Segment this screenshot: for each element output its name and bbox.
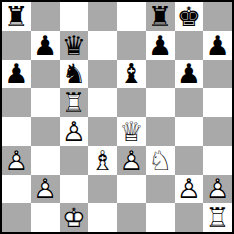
square-f8[interactable]: ♜ [146, 2, 175, 31]
square-e1[interactable] [117, 203, 146, 232]
piece-body-glyph: ♜ [2, 2, 31, 31]
square-f4[interactable] [146, 117, 175, 146]
square-a1[interactable] [2, 203, 31, 232]
black-pawn-piece: ♟ [2, 60, 31, 89]
piece-body-glyph: ♜ [146, 2, 175, 31]
square-c2[interactable] [60, 175, 89, 204]
white-pawn-piece: ♟♙ [117, 146, 146, 175]
square-e5[interactable] [117, 88, 146, 117]
chess-board: ♜♜♚♟♛♟♟♟♞♝♟♜♖♟♙♛♕♟♙♝♗♟♙♞♘♟♙♟♙♟♙♚♔♜♖ [0, 0, 234, 234]
white-bishop-piece: ♝♗ [88, 146, 117, 175]
square-e7[interactable] [117, 31, 146, 60]
white-pawn-piece: ♟♙ [31, 175, 60, 204]
square-b2[interactable]: ♟♙ [31, 175, 60, 204]
square-g1[interactable] [175, 203, 204, 232]
black-queen-piece: ♛ [60, 31, 89, 60]
black-pawn-piece: ♟ [31, 31, 60, 60]
white-rook-piece: ♜♖ [60, 88, 89, 117]
black-rook-piece: ♜ [146, 2, 175, 31]
square-a4[interactable] [2, 117, 31, 146]
square-d8[interactable] [88, 2, 117, 31]
square-e3[interactable]: ♟♙ [117, 146, 146, 175]
square-b6[interactable] [31, 60, 60, 89]
black-pawn-piece: ♟ [146, 31, 175, 60]
square-f2[interactable] [146, 175, 175, 204]
piece-outline-glyph: ♙ [203, 175, 232, 204]
square-c5[interactable]: ♜♖ [60, 88, 89, 117]
white-king-piece: ♚♔ [60, 203, 89, 232]
piece-body-glyph: ♟ [203, 31, 232, 60]
square-b7[interactable]: ♟ [31, 31, 60, 60]
square-h3[interactable] [203, 146, 232, 175]
piece-body-glyph: ♟ [146, 31, 175, 60]
square-d3[interactable]: ♝♗ [88, 146, 117, 175]
square-a8[interactable]: ♜ [2, 2, 31, 31]
square-d2[interactable] [88, 175, 117, 204]
piece-body-glyph: ♛ [60, 31, 89, 60]
square-b5[interactable] [31, 88, 60, 117]
white-rook-piece: ♜♖ [203, 203, 232, 232]
square-f7[interactable]: ♟ [146, 31, 175, 60]
square-f3[interactable]: ♞♘ [146, 146, 175, 175]
black-bishop-piece: ♝ [117, 60, 146, 89]
piece-outline-glyph: ♖ [203, 203, 232, 232]
square-f5[interactable] [146, 88, 175, 117]
square-g2[interactable]: ♟♙ [175, 175, 204, 204]
square-d1[interactable] [88, 203, 117, 232]
square-e8[interactable] [117, 2, 146, 31]
black-pawn-piece: ♟ [203, 31, 232, 60]
square-c4[interactable]: ♟♙ [60, 117, 89, 146]
white-pawn-piece: ♟♙ [203, 175, 232, 204]
white-queen-piece: ♛♕ [117, 117, 146, 146]
square-c7[interactable]: ♛ [60, 31, 89, 60]
square-h4[interactable] [203, 117, 232, 146]
square-f6[interactable] [146, 60, 175, 89]
black-rook-piece: ♜ [2, 2, 31, 31]
square-d4[interactable] [88, 117, 117, 146]
piece-outline-glyph: ♙ [31, 175, 60, 204]
square-a5[interactable] [2, 88, 31, 117]
square-h1[interactable]: ♜♖ [203, 203, 232, 232]
square-d6[interactable] [88, 60, 117, 89]
piece-outline-glyph: ♙ [175, 175, 204, 204]
white-pawn-piece: ♟♙ [2, 146, 31, 175]
square-g7[interactable] [175, 31, 204, 60]
white-pawn-piece: ♟♙ [175, 175, 204, 204]
piece-outline-glyph: ♙ [60, 117, 89, 146]
square-g5[interactable] [175, 88, 204, 117]
piece-outline-glyph: ♔ [60, 203, 89, 232]
square-g3[interactable] [175, 146, 204, 175]
square-h6[interactable] [203, 60, 232, 89]
piece-outline-glyph: ♙ [2, 146, 31, 175]
square-g4[interactable] [175, 117, 204, 146]
square-e4[interactable]: ♛♕ [117, 117, 146, 146]
piece-outline-glyph: ♙ [117, 146, 146, 175]
square-b3[interactable] [31, 146, 60, 175]
square-b8[interactable] [31, 2, 60, 31]
square-h2[interactable]: ♟♙ [203, 175, 232, 204]
square-h7[interactable]: ♟ [203, 31, 232, 60]
square-d5[interactable] [88, 88, 117, 117]
piece-body-glyph: ♟ [31, 31, 60, 60]
square-a2[interactable] [2, 175, 31, 204]
square-b4[interactable] [31, 117, 60, 146]
square-c3[interactable] [60, 146, 89, 175]
piece-outline-glyph: ♗ [88, 146, 117, 175]
square-g6[interactable]: ♟ [175, 60, 204, 89]
square-c1[interactable]: ♚♔ [60, 203, 89, 232]
piece-body-glyph: ♝ [117, 60, 146, 89]
piece-body-glyph: ♟ [175, 60, 204, 89]
black-pawn-piece: ♟ [175, 60, 204, 89]
white-pawn-piece: ♟♙ [60, 117, 89, 146]
piece-outline-glyph: ♘ [146, 146, 175, 175]
square-h5[interactable] [203, 88, 232, 117]
piece-body-glyph: ♟ [2, 60, 31, 89]
square-f1[interactable] [146, 203, 175, 232]
square-h8[interactable] [203, 2, 232, 31]
piece-outline-glyph: ♖ [60, 88, 89, 117]
piece-body-glyph: ♚ [175, 2, 204, 31]
square-g8[interactable]: ♚ [175, 2, 204, 31]
piece-body-glyph: ♞ [60, 60, 89, 89]
square-a6[interactable]: ♟ [2, 60, 31, 89]
square-c8[interactable] [60, 2, 89, 31]
square-e2[interactable] [117, 175, 146, 204]
black-king-piece: ♚ [175, 2, 204, 31]
white-knight-piece: ♞♘ [146, 146, 175, 175]
square-e6[interactable]: ♝ [117, 60, 146, 89]
square-c6[interactable]: ♞ [60, 60, 89, 89]
piece-outline-glyph: ♕ [117, 117, 146, 146]
square-d7[interactable] [88, 31, 117, 60]
square-a3[interactable]: ♟♙ [2, 146, 31, 175]
square-a7[interactable] [2, 31, 31, 60]
black-knight-piece: ♞ [60, 60, 89, 89]
square-b1[interactable] [31, 203, 60, 232]
